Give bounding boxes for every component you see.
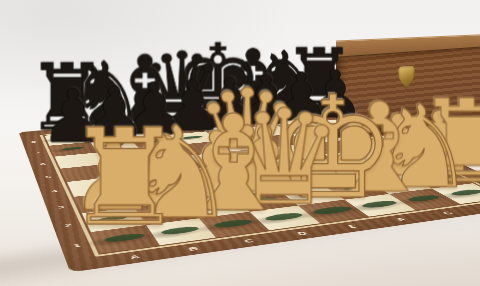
square-h2 <box>406 170 473 189</box>
square-a6 <box>55 152 106 168</box>
square-e2 <box>278 185 344 206</box>
square-c1 <box>199 212 269 238</box>
square-d4 <box>203 163 261 181</box>
rank-label-5: 5 <box>45 175 53 179</box>
rank-label-1: 1 <box>72 242 82 248</box>
file-label-a: A <box>128 253 141 260</box>
rank-label-7: 7 <box>35 151 42 154</box>
square-b2 <box>134 201 199 225</box>
file-label-d: D <box>295 230 309 236</box>
rank-label-8: 8 <box>31 140 37 143</box>
file-label-c: C <box>242 237 256 244</box>
square-d2 <box>232 190 298 212</box>
square-d3 <box>217 176 279 196</box>
square-g1 <box>389 188 460 210</box>
square-b3 <box>123 186 184 207</box>
square-e1 <box>298 200 369 224</box>
file-label-b: B <box>186 245 200 252</box>
square-a2 <box>82 207 146 232</box>
chess-set-photo: ABCDEFGH12345678 ♜♞♝♛♚♝♞♜♟♟♟♟♟♟♟♟♛♟♟♟♟♟♟… <box>0 0 480 286</box>
square-b4 <box>114 172 171 191</box>
square-c4 <box>159 167 217 185</box>
square-d1 <box>250 206 320 231</box>
piece-black-king-e8: ♚ <box>154 26 281 126</box>
square-g3 <box>344 162 406 180</box>
square-a3 <box>74 191 134 213</box>
brass-crest-icon <box>398 65 415 89</box>
square-f2 <box>323 179 389 199</box>
rank-label-6: 6 <box>40 162 47 166</box>
square-a5 <box>60 164 113 182</box>
square-h1 <box>432 183 480 204</box>
rank-label-2: 2 <box>64 222 73 228</box>
file-label-g: G <box>440 210 456 216</box>
square-g2 <box>365 174 431 193</box>
square-c3 <box>171 181 232 201</box>
square-b1 <box>146 218 216 245</box>
square-a1 <box>91 225 160 253</box>
square-h3 <box>383 158 445 175</box>
board-front-edge <box>70 204 480 272</box>
rank-label-4: 4 <box>50 189 58 193</box>
square-e3 <box>261 171 323 190</box>
file-label-f: F <box>394 216 408 222</box>
square-f1 <box>344 194 415 217</box>
rank-label-3: 3 <box>57 204 66 209</box>
square-c2 <box>184 195 249 218</box>
file-label-e: E <box>346 223 360 229</box>
box-front-panel <box>336 45 480 137</box>
storage-box <box>330 30 480 134</box>
square-f3 <box>303 166 365 184</box>
square-a4 <box>67 177 124 197</box>
